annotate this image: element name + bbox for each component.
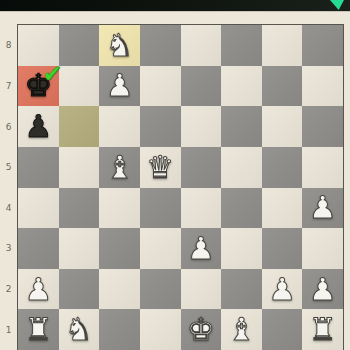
piece-white-pawn-a2[interactable]: ♟ bbox=[24, 274, 52, 305]
square-a6[interactable]: ♟ bbox=[18, 106, 59, 147]
square-f5[interactable] bbox=[221, 147, 262, 188]
square-d4[interactable] bbox=[140, 188, 181, 229]
square-f4[interactable] bbox=[221, 188, 262, 229]
piece-white-pawn-g2[interactable]: ♟ bbox=[268, 274, 296, 305]
square-f8[interactable] bbox=[221, 25, 262, 66]
square-b3[interactable] bbox=[59, 228, 100, 269]
square-g6[interactable] bbox=[262, 106, 303, 147]
square-a2[interactable]: ♟ bbox=[18, 269, 59, 310]
square-d2[interactable] bbox=[140, 269, 181, 310]
square-b8[interactable] bbox=[59, 25, 100, 66]
square-d8[interactable] bbox=[140, 25, 181, 66]
square-b5[interactable] bbox=[59, 147, 100, 188]
square-e1[interactable]: ♚ bbox=[181, 309, 222, 350]
piece-black-pawn-a6[interactable]: ♟ bbox=[24, 111, 52, 142]
square-c3[interactable] bbox=[99, 228, 140, 269]
square-h3[interactable] bbox=[302, 228, 343, 269]
rank-label-2: 2 bbox=[0, 269, 17, 310]
square-g1[interactable] bbox=[262, 309, 303, 350]
piece-white-rook-h1[interactable]: ♜ bbox=[309, 314, 337, 345]
square-f1[interactable]: ♝ bbox=[221, 309, 262, 350]
square-g3[interactable] bbox=[262, 228, 303, 269]
square-g5[interactable] bbox=[262, 147, 303, 188]
square-b1[interactable]: ♞ bbox=[59, 309, 100, 350]
piece-white-pawn-h4[interactable]: ♟ bbox=[309, 192, 337, 223]
square-e8[interactable] bbox=[181, 25, 222, 66]
piece-white-knight-b1[interactable]: ♞ bbox=[65, 314, 93, 345]
piece-white-bishop-c5[interactable]: ♝ bbox=[106, 152, 134, 183]
square-f6[interactable] bbox=[221, 106, 262, 147]
square-h7[interactable] bbox=[302, 66, 343, 107]
square-e2[interactable] bbox=[181, 269, 222, 310]
square-g7[interactable] bbox=[262, 66, 303, 107]
top-bar bbox=[0, 0, 350, 11]
square-d6[interactable] bbox=[140, 106, 181, 147]
piece-white-bishop-f1[interactable]: ♝ bbox=[228, 314, 256, 345]
square-c8[interactable]: ♞ bbox=[99, 25, 140, 66]
square-c6[interactable] bbox=[99, 106, 140, 147]
piece-white-pawn-h2[interactable]: ♟ bbox=[309, 274, 337, 305]
chess-app-screen: 87654321 ♞♚✔♟♟♝♛♟♟♟♟♟♜♞♚♝♜ bbox=[0, 0, 350, 350]
square-h2[interactable]: ♟ bbox=[302, 269, 343, 310]
square-a1[interactable]: ♜ bbox=[18, 309, 59, 350]
square-e3[interactable]: ♟ bbox=[181, 228, 222, 269]
square-a5[interactable] bbox=[18, 147, 59, 188]
square-d5[interactable]: ♛ bbox=[140, 147, 181, 188]
piece-white-queen-d5[interactable]: ♛ bbox=[146, 152, 174, 183]
square-e4[interactable] bbox=[181, 188, 222, 229]
rank-label-7: 7 bbox=[0, 66, 17, 107]
square-g2[interactable]: ♟ bbox=[262, 269, 303, 310]
piece-white-pawn-c7[interactable]: ♟ bbox=[106, 70, 134, 101]
square-h5[interactable] bbox=[302, 147, 343, 188]
square-d7[interactable] bbox=[140, 66, 181, 107]
square-c4[interactable] bbox=[99, 188, 140, 229]
rank-label-5: 5 bbox=[0, 147, 17, 188]
piece-white-king-e1[interactable]: ♚ bbox=[187, 314, 215, 345]
square-h4[interactable]: ♟ bbox=[302, 188, 343, 229]
square-e6[interactable] bbox=[181, 106, 222, 147]
square-f2[interactable] bbox=[221, 269, 262, 310]
square-e5[interactable] bbox=[181, 147, 222, 188]
square-a7[interactable]: ♚✔ bbox=[18, 66, 59, 107]
square-e7[interactable] bbox=[181, 66, 222, 107]
square-a4[interactable] bbox=[18, 188, 59, 229]
square-c2[interactable] bbox=[99, 269, 140, 310]
rank-label-6: 6 bbox=[0, 106, 17, 147]
square-c1[interactable] bbox=[99, 309, 140, 350]
square-b7[interactable] bbox=[59, 66, 100, 107]
rank-label-1: 1 bbox=[0, 309, 17, 350]
square-d1[interactable] bbox=[140, 309, 181, 350]
piece-white-knight-c8[interactable]: ♞ bbox=[106, 30, 134, 61]
rank-label-8: 8 bbox=[0, 25, 17, 66]
square-h6[interactable] bbox=[302, 106, 343, 147]
correct-move-checkmark-icon: ✔ bbox=[43, 62, 63, 86]
square-g8[interactable] bbox=[262, 25, 303, 66]
rank-labels: 87654321 bbox=[0, 25, 17, 350]
rank-label-3: 3 bbox=[0, 228, 17, 269]
piece-white-pawn-e3[interactable]: ♟ bbox=[187, 233, 215, 264]
square-d3[interactable] bbox=[140, 228, 181, 269]
square-b6[interactable] bbox=[59, 106, 100, 147]
square-g4[interactable] bbox=[262, 188, 303, 229]
square-b2[interactable] bbox=[59, 269, 100, 310]
square-a3[interactable] bbox=[18, 228, 59, 269]
square-h8[interactable] bbox=[302, 25, 343, 66]
square-f7[interactable] bbox=[221, 66, 262, 107]
rank-label-4: 4 bbox=[0, 188, 17, 229]
board: ♞♚✔♟♟♝♛♟♟♟♟♟♜♞♚♝♜ bbox=[17, 24, 344, 350]
square-b4[interactable] bbox=[59, 188, 100, 229]
square-f3[interactable] bbox=[221, 228, 262, 269]
teal-arrow-icon[interactable] bbox=[330, 0, 344, 10]
square-c5[interactable]: ♝ bbox=[99, 147, 140, 188]
square-h1[interactable]: ♜ bbox=[302, 309, 343, 350]
square-c7[interactable]: ♟ bbox=[99, 66, 140, 107]
piece-white-rook-a1[interactable]: ♜ bbox=[24, 314, 52, 345]
